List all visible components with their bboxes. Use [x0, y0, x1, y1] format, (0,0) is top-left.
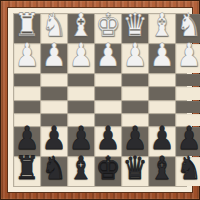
square-f3[interactable] [68, 74, 94, 86]
square-g2[interactable]: ♟ [41, 44, 67, 73]
square-e5[interactable] [95, 101, 121, 113]
square-e3[interactable] [95, 74, 121, 86]
square-e2[interactable]: ♟ [95, 44, 121, 73]
square-d5[interactable] [122, 101, 148, 113]
square-e8[interactable]: ♚ [95, 157, 121, 186]
board-margin: ♜♞♝♚♛♝♞♜♟♟♟♟♟♟♟♟♟♟♟♟♟♟♟♟♜♞♝♚♛♝♞♜ [7, 7, 193, 193]
square-g8[interactable]: ♞ [41, 157, 67, 186]
square-c3[interactable] [149, 74, 175, 86]
square-f2[interactable]: ♟ [68, 44, 94, 73]
white-pawn[interactable]: ♟ [69, 39, 94, 71]
square-d4[interactable] [122, 87, 148, 99]
chess-board[interactable]: ♜♞♝♚♛♝♞♜♟♟♟♟♟♟♟♟♟♟♟♟♟♟♟♟♜♞♝♚♛♝♞♜ [13, 13, 187, 187]
square-f4[interactable] [68, 87, 94, 99]
black-queen[interactable]: ♛ [123, 152, 148, 184]
square-f5[interactable] [68, 101, 94, 113]
square-c4[interactable] [149, 87, 175, 99]
square-b4[interactable] [176, 87, 200, 99]
white-pawn[interactable]: ♟ [177, 39, 200, 71]
white-pawn[interactable]: ♟ [42, 39, 67, 71]
white-pawn[interactable]: ♟ [123, 39, 148, 71]
square-g5[interactable] [41, 101, 67, 113]
black-king[interactable]: ♚ [96, 152, 121, 184]
square-h3[interactable] [14, 74, 40, 86]
white-pawn[interactable]: ♟ [96, 39, 121, 71]
black-knight[interactable]: ♞ [177, 152, 200, 184]
black-bishop[interactable]: ♝ [69, 152, 94, 184]
white-pawn[interactable]: ♟ [150, 39, 175, 71]
square-g4[interactable] [41, 87, 67, 99]
square-d2[interactable]: ♟ [122, 44, 148, 73]
black-bishop[interactable]: ♝ [150, 152, 175, 184]
square-d8[interactable]: ♛ [122, 157, 148, 186]
board-frame: ♜♞♝♚♛♝♞♜♟♟♟♟♟♟♟♟♟♟♟♟♟♟♟♟♜♞♝♚♛♝♞♜ [0, 0, 200, 200]
square-c5[interactable] [149, 101, 175, 113]
square-e4[interactable] [95, 87, 121, 99]
square-d3[interactable] [122, 74, 148, 86]
square-c2[interactable]: ♟ [149, 44, 175, 73]
white-pawn[interactable]: ♟ [15, 39, 40, 71]
black-rook[interactable]: ♜ [15, 152, 40, 184]
square-h4[interactable] [14, 87, 40, 99]
square-c8[interactable]: ♝ [149, 157, 175, 186]
square-b5[interactable] [176, 101, 200, 113]
square-b8[interactable]: ♞ [176, 157, 200, 186]
black-knight[interactable]: ♞ [42, 152, 67, 184]
square-g3[interactable] [41, 74, 67, 86]
square-f8[interactable]: ♝ [68, 157, 94, 186]
square-h5[interactable] [14, 101, 40, 113]
square-h8[interactable]: ♜ [14, 157, 40, 186]
square-b2[interactable]: ♟ [176, 44, 200, 73]
square-h2[interactable]: ♟ [14, 44, 40, 73]
square-b3[interactable] [176, 74, 200, 86]
